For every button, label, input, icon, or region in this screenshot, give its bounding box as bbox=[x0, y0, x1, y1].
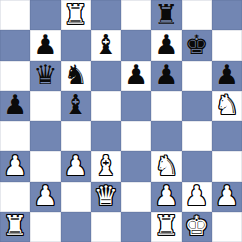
piece-black-bishop[interactable]: ♝ bbox=[94, 31, 118, 58]
square-c2[interactable] bbox=[61, 182, 91, 212]
piece-black-queen[interactable]: ♛ bbox=[33, 61, 57, 88]
square-h1[interactable] bbox=[212, 212, 242, 242]
square-a1[interactable]: ♜ bbox=[0, 212, 30, 242]
square-g8[interactable] bbox=[182, 0, 212, 30]
piece-white-rook[interactable]: ♜ bbox=[154, 212, 178, 239]
piece-black-king[interactable]: ♚ bbox=[185, 31, 209, 58]
square-d8[interactable] bbox=[91, 0, 121, 30]
square-a2[interactable] bbox=[0, 182, 30, 212]
square-e6[interactable]: ♟ bbox=[121, 61, 151, 91]
piece-black-pawn[interactable]: ♟ bbox=[154, 61, 178, 88]
square-c8[interactable]: ♜ bbox=[61, 0, 91, 30]
square-c6[interactable]: ♞ bbox=[61, 61, 91, 91]
square-a5[interactable]: ♟ bbox=[0, 91, 30, 121]
square-e1[interactable] bbox=[121, 212, 151, 242]
square-d6[interactable] bbox=[91, 61, 121, 91]
square-h4[interactable] bbox=[212, 121, 242, 151]
square-h3[interactable] bbox=[212, 151, 242, 181]
square-c7[interactable] bbox=[61, 30, 91, 60]
piece-white-rook[interactable]: ♜ bbox=[3, 212, 27, 239]
square-a7[interactable] bbox=[0, 30, 30, 60]
square-b2[interactable]: ♟ bbox=[30, 182, 60, 212]
square-d5[interactable] bbox=[91, 91, 121, 121]
piece-white-knight[interactable]: ♞ bbox=[215, 91, 239, 118]
square-c1[interactable] bbox=[61, 212, 91, 242]
square-e3[interactable] bbox=[121, 151, 151, 181]
piece-black-rook[interactable]: ♜ bbox=[154, 1, 178, 28]
square-b3[interactable] bbox=[30, 151, 60, 181]
square-f3[interactable]: ♞ bbox=[151, 151, 181, 181]
square-b8[interactable] bbox=[30, 0, 60, 30]
piece-white-pawn[interactable]: ♟ bbox=[215, 182, 239, 209]
square-e2[interactable] bbox=[121, 182, 151, 212]
square-h5[interactable]: ♞ bbox=[212, 91, 242, 121]
piece-white-pawn[interactable]: ♟ bbox=[185, 182, 209, 209]
piece-black-bishop[interactable]: ♝ bbox=[64, 91, 88, 118]
chess-board: ♜♜♟♝♟♚♛♞♟♟♟♟♝♞♟♟♝♞♟♛♟♟♟♜♜♚ bbox=[0, 0, 242, 242]
piece-white-queen[interactable]: ♛ bbox=[94, 182, 118, 209]
square-a3[interactable]: ♟ bbox=[0, 151, 30, 181]
square-g5[interactable] bbox=[182, 91, 212, 121]
piece-white-pawn[interactable]: ♟ bbox=[64, 152, 88, 179]
square-h2[interactable]: ♟ bbox=[212, 182, 242, 212]
square-h7[interactable] bbox=[212, 30, 242, 60]
square-b7[interactable]: ♟ bbox=[30, 30, 60, 60]
square-h8[interactable] bbox=[212, 0, 242, 30]
square-e8[interactable] bbox=[121, 0, 151, 30]
square-f8[interactable]: ♜ bbox=[151, 0, 181, 30]
square-f6[interactable]: ♟ bbox=[151, 61, 181, 91]
square-d3[interactable]: ♝ bbox=[91, 151, 121, 181]
piece-black-knight[interactable]: ♞ bbox=[64, 61, 88, 88]
piece-white-knight[interactable]: ♞ bbox=[154, 152, 178, 179]
piece-black-pawn[interactable]: ♟ bbox=[33, 31, 57, 58]
square-e7[interactable] bbox=[121, 30, 151, 60]
piece-white-pawn[interactable]: ♟ bbox=[33, 182, 57, 209]
piece-black-pawn[interactable]: ♟ bbox=[124, 61, 148, 88]
square-f4[interactable] bbox=[151, 121, 181, 151]
piece-white-king[interactable]: ♚ bbox=[185, 212, 209, 239]
square-c4[interactable] bbox=[61, 121, 91, 151]
square-h6[interactable]: ♟ bbox=[212, 61, 242, 91]
square-f2[interactable]: ♟ bbox=[151, 182, 181, 212]
square-b6[interactable]: ♛ bbox=[30, 61, 60, 91]
square-g3[interactable] bbox=[182, 151, 212, 181]
piece-black-pawn[interactable]: ♟ bbox=[215, 61, 239, 88]
square-g6[interactable] bbox=[182, 61, 212, 91]
piece-white-rook[interactable]: ♜ bbox=[64, 1, 88, 28]
square-f1[interactable]: ♜ bbox=[151, 212, 181, 242]
square-b1[interactable] bbox=[30, 212, 60, 242]
square-b5[interactable] bbox=[30, 91, 60, 121]
square-e5[interactable] bbox=[121, 91, 151, 121]
square-a4[interactable] bbox=[0, 121, 30, 151]
piece-black-pawn[interactable]: ♟ bbox=[3, 91, 27, 118]
square-c3[interactable]: ♟ bbox=[61, 151, 91, 181]
square-d4[interactable] bbox=[91, 121, 121, 151]
square-g2[interactable]: ♟ bbox=[182, 182, 212, 212]
square-b4[interactable] bbox=[30, 121, 60, 151]
square-g1[interactable]: ♚ bbox=[182, 212, 212, 242]
square-a6[interactable] bbox=[0, 61, 30, 91]
square-g7[interactable]: ♚ bbox=[182, 30, 212, 60]
piece-black-pawn[interactable]: ♟ bbox=[154, 31, 178, 58]
square-c5[interactable]: ♝ bbox=[61, 91, 91, 121]
square-f5[interactable] bbox=[151, 91, 181, 121]
square-d7[interactable]: ♝ bbox=[91, 30, 121, 60]
square-e4[interactable] bbox=[121, 121, 151, 151]
piece-white-pawn[interactable]: ♟ bbox=[3, 152, 27, 179]
piece-white-bishop[interactable]: ♝ bbox=[94, 152, 118, 179]
square-d2[interactable]: ♛ bbox=[91, 182, 121, 212]
square-d1[interactable] bbox=[91, 212, 121, 242]
square-a8[interactable] bbox=[0, 0, 30, 30]
piece-white-pawn[interactable]: ♟ bbox=[154, 182, 178, 209]
square-g4[interactable] bbox=[182, 121, 212, 151]
square-f7[interactable]: ♟ bbox=[151, 30, 181, 60]
